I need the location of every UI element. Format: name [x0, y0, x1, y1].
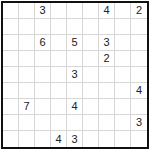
empty-cell-r5c9[interactable] — [131, 67, 147, 83]
empty-cell-r7c6[interactable] — [83, 99, 99, 115]
empty-cell-r6c3[interactable] — [35, 83, 51, 99]
empty-cell-r9c1[interactable] — [3, 131, 19, 147]
clue-cell-r1c7: 4 — [99, 3, 115, 19]
clue-cell-r9c5: 3 — [67, 131, 83, 147]
empty-cell-r4c9[interactable] — [131, 51, 147, 67]
empty-cell-r5c3[interactable] — [35, 67, 51, 83]
empty-cell-r6c1[interactable] — [3, 83, 19, 99]
empty-cell-r7c7[interactable] — [99, 99, 115, 115]
clue-cell-r4c7: 2 — [99, 51, 115, 67]
empty-cell-r1c2[interactable] — [19, 3, 35, 19]
clue-cell-r7c5: 4 — [67, 99, 83, 115]
empty-cell-r9c9[interactable] — [131, 131, 147, 147]
clue-cell-r3c7: 3 — [99, 35, 115, 51]
empty-cell-r1c1[interactable] — [3, 3, 19, 19]
empty-cell-r8c5[interactable] — [67, 115, 83, 131]
empty-cell-r1c4[interactable] — [51, 3, 67, 19]
empty-cell-r4c8[interactable] — [115, 51, 131, 67]
empty-cell-r1c6[interactable] — [83, 3, 99, 19]
empty-cell-r7c9[interactable] — [131, 99, 147, 115]
empty-cell-r4c5[interactable] — [67, 51, 83, 67]
empty-cell-r5c6[interactable] — [83, 67, 99, 83]
clue-cell-r3c3: 6 — [35, 35, 51, 51]
empty-cell-r8c3[interactable] — [35, 115, 51, 131]
clue-cell-r9c4: 4 — [51, 131, 67, 147]
puzzle-stage: 34265323474343 — [0, 0, 150, 150]
empty-cell-r2c7[interactable] — [99, 19, 115, 35]
empty-cell-r8c4[interactable] — [51, 115, 67, 131]
empty-cell-r6c5[interactable] — [67, 83, 83, 99]
empty-cell-r7c8[interactable] — [115, 99, 131, 115]
clue-cell-r7c2: 7 — [19, 99, 35, 115]
empty-cell-r4c4[interactable] — [51, 51, 67, 67]
empty-cell-r6c8[interactable] — [115, 83, 131, 99]
puzzle-board: 34265323474343 — [1, 1, 149, 149]
clue-cell-r1c3: 3 — [35, 3, 51, 19]
empty-cell-r3c8[interactable] — [115, 35, 131, 51]
clue-cell-r8c9: 3 — [131, 115, 147, 131]
empty-cell-r4c3[interactable] — [35, 51, 51, 67]
empty-cell-r3c4[interactable] — [51, 35, 67, 51]
empty-cell-r8c8[interactable] — [115, 115, 131, 131]
empty-cell-r5c7[interactable] — [99, 67, 115, 83]
empty-cell-r7c4[interactable] — [51, 99, 67, 115]
empty-cell-r2c8[interactable] — [115, 19, 131, 35]
empty-cell-r1c8[interactable] — [115, 3, 131, 19]
empty-cell-r7c1[interactable] — [3, 99, 19, 115]
empty-cell-r6c6[interactable] — [83, 83, 99, 99]
empty-cell-r2c6[interactable] — [83, 19, 99, 35]
clue-cell-r5c5: 3 — [67, 67, 83, 83]
empty-cell-r4c1[interactable] — [3, 51, 19, 67]
empty-cell-r9c3[interactable] — [35, 131, 51, 147]
empty-cell-r5c1[interactable] — [3, 67, 19, 83]
empty-cell-r4c6[interactable] — [83, 51, 99, 67]
empty-cell-r3c1[interactable] — [3, 35, 19, 51]
empty-cell-r2c4[interactable] — [51, 19, 67, 35]
empty-cell-r2c1[interactable] — [3, 19, 19, 35]
empty-cell-r2c5[interactable] — [67, 19, 83, 35]
clue-cell-r6c9: 4 — [131, 83, 147, 99]
empty-cell-r5c2[interactable] — [19, 67, 35, 83]
empty-cell-r6c4[interactable] — [51, 83, 67, 99]
empty-cell-r2c2[interactable] — [19, 19, 35, 35]
empty-cell-r9c8[interactable] — [115, 131, 131, 147]
empty-cell-r3c2[interactable] — [19, 35, 35, 51]
empty-cell-r8c1[interactable] — [3, 115, 19, 131]
empty-cell-r9c6[interactable] — [83, 131, 99, 147]
empty-cell-r3c6[interactable] — [83, 35, 99, 51]
clue-cell-r1c9: 2 — [131, 3, 147, 19]
clue-cell-r3c5: 5 — [67, 35, 83, 51]
empty-cell-r8c7[interactable] — [99, 115, 115, 131]
empty-cell-r1c5[interactable] — [67, 3, 83, 19]
empty-cell-r9c2[interactable] — [19, 131, 35, 147]
empty-cell-r2c3[interactable] — [35, 19, 51, 35]
empty-cell-r4c2[interactable] — [19, 51, 35, 67]
empty-cell-r9c7[interactable] — [99, 131, 115, 147]
empty-cell-r2c9[interactable] — [131, 19, 147, 35]
empty-cell-r6c2[interactable] — [19, 83, 35, 99]
empty-cell-r5c4[interactable] — [51, 67, 67, 83]
empty-cell-r8c2[interactable] — [19, 115, 35, 131]
empty-cell-r6c7[interactable] — [99, 83, 115, 99]
empty-cell-r7c3[interactable] — [35, 99, 51, 115]
empty-cell-r8c6[interactable] — [83, 115, 99, 131]
empty-cell-r3c9[interactable] — [131, 35, 147, 51]
empty-cell-r5c8[interactable] — [115, 67, 131, 83]
